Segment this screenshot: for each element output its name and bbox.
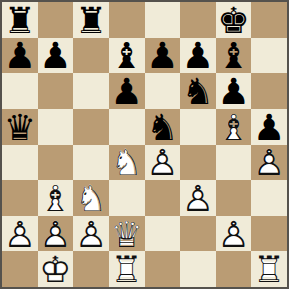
chess-board-container: ♜♜♚♟♟♝♟♟♝♟♞♟♛♞♝♗♟♞♘♟♙♟♙♝♗♞♘♟♙♟♙♟♙♟♙♛♕♟♙♚… [0, 0, 289, 289]
square-g8[interactable]: ♚ [216, 2, 252, 38]
square-e5[interactable]: ♞ [145, 109, 181, 145]
square-g1[interactable] [216, 251, 252, 287]
square-d1[interactable]: ♜♖ [109, 251, 145, 287]
square-f7[interactable]: ♟ [180, 38, 216, 74]
piece-white-pawn[interactable]: ♟♙ [253, 145, 285, 180]
square-f1[interactable] [180, 251, 216, 287]
square-a7[interactable]: ♟ [2, 38, 38, 74]
square-b6[interactable] [38, 73, 74, 109]
square-d6[interactable]: ♟ [109, 73, 145, 109]
piece-black-pawn[interactable]: ♟ [39, 38, 71, 73]
square-g2[interactable]: ♟♙ [216, 216, 252, 252]
piece-white-bishop[interactable]: ♝♗ [39, 181, 71, 216]
piece-black-rook[interactable]: ♜ [75, 3, 107, 38]
square-b7[interactable]: ♟ [38, 38, 74, 74]
square-f3[interactable]: ♟♙ [180, 180, 216, 216]
square-c4[interactable] [73, 145, 109, 181]
piece-black-pawn[interactable]: ♟ [4, 38, 36, 73]
square-b4[interactable] [38, 145, 74, 181]
square-a5[interactable]: ♛ [2, 109, 38, 145]
square-c7[interactable] [73, 38, 109, 74]
piece-black-king[interactable]: ♚ [217, 3, 249, 38]
square-d4[interactable]: ♞♘ [109, 145, 145, 181]
piece-white-knight[interactable]: ♞♘ [111, 145, 143, 180]
square-e6[interactable] [145, 73, 181, 109]
square-e1[interactable] [145, 251, 181, 287]
square-h1[interactable]: ♜♖ [251, 251, 287, 287]
square-b1[interactable]: ♚♔ [38, 251, 74, 287]
square-c2[interactable]: ♟♙ [73, 216, 109, 252]
piece-black-pawn[interactable]: ♟ [146, 38, 178, 73]
piece-black-pawn[interactable]: ♟ [217, 74, 249, 109]
square-h7[interactable] [251, 38, 287, 74]
square-e8[interactable] [145, 2, 181, 38]
square-h3[interactable] [251, 180, 287, 216]
square-d3[interactable] [109, 180, 145, 216]
square-a1[interactable] [2, 251, 38, 287]
square-h5[interactable]: ♟ [251, 109, 287, 145]
piece-black-pawn[interactable]: ♟ [182, 38, 214, 73]
square-g4[interactable] [216, 145, 252, 181]
square-b8[interactable] [38, 2, 74, 38]
square-f4[interactable] [180, 145, 216, 181]
square-g5[interactable]: ♝♗ [216, 109, 252, 145]
square-d2[interactable]: ♛♕ [109, 216, 145, 252]
square-f8[interactable] [180, 2, 216, 38]
square-f2[interactable] [180, 216, 216, 252]
square-a3[interactable] [2, 180, 38, 216]
piece-white-pawn[interactable]: ♟♙ [4, 217, 36, 252]
square-c1[interactable] [73, 251, 109, 287]
square-g6[interactable]: ♟ [216, 73, 252, 109]
piece-white-pawn[interactable]: ♟♙ [39, 217, 71, 252]
square-g7[interactable]: ♝ [216, 38, 252, 74]
piece-black-pawn[interactable]: ♟ [253, 110, 285, 145]
square-c5[interactable] [73, 109, 109, 145]
piece-white-king[interactable]: ♚♔ [39, 252, 71, 287]
square-a6[interactable] [2, 73, 38, 109]
square-h4[interactable]: ♟♙ [251, 145, 287, 181]
square-b5[interactable] [38, 109, 74, 145]
square-f6[interactable]: ♞ [180, 73, 216, 109]
square-a4[interactable] [2, 145, 38, 181]
square-a8[interactable]: ♜ [2, 2, 38, 38]
square-h2[interactable] [251, 216, 287, 252]
square-d8[interactable] [109, 2, 145, 38]
square-e2[interactable] [145, 216, 181, 252]
piece-black-bishop[interactable]: ♝ [217, 38, 249, 73]
piece-black-bishop[interactable]: ♝ [111, 38, 143, 73]
piece-white-rook[interactable]: ♜♖ [111, 252, 143, 287]
square-c8[interactable]: ♜ [73, 2, 109, 38]
square-h6[interactable] [251, 73, 287, 109]
square-d7[interactable]: ♝ [109, 38, 145, 74]
piece-black-queen[interactable]: ♛ [4, 110, 36, 145]
square-e3[interactable] [145, 180, 181, 216]
piece-black-knight[interactable]: ♞ [182, 74, 214, 109]
square-g3[interactable] [216, 180, 252, 216]
chess-board: ♜♜♚♟♟♝♟♟♝♟♞♟♛♞♝♗♟♞♘♟♙♟♙♝♗♞♘♟♙♟♙♟♙♟♙♛♕♟♙♚… [0, 0, 289, 289]
piece-black-rook[interactable]: ♜ [4, 3, 36, 38]
piece-white-pawn[interactable]: ♟♙ [75, 217, 107, 252]
piece-white-rook[interactable]: ♜♖ [253, 252, 285, 287]
square-b3[interactable]: ♝♗ [38, 180, 74, 216]
piece-black-knight[interactable]: ♞ [146, 110, 178, 145]
piece-white-knight[interactable]: ♞♘ [75, 181, 107, 216]
piece-white-queen[interactable]: ♛♕ [111, 217, 143, 252]
square-e7[interactable]: ♟ [145, 38, 181, 74]
square-h8[interactable] [251, 2, 287, 38]
square-c3[interactable]: ♞♘ [73, 180, 109, 216]
square-b2[interactable]: ♟♙ [38, 216, 74, 252]
square-e4[interactable]: ♟♙ [145, 145, 181, 181]
piece-white-pawn[interactable]: ♟♙ [182, 181, 214, 216]
piece-black-pawn[interactable]: ♟ [111, 74, 143, 109]
square-d5[interactable] [109, 109, 145, 145]
piece-white-pawn[interactable]: ♟♙ [146, 145, 178, 180]
square-c6[interactable] [73, 73, 109, 109]
piece-white-pawn[interactable]: ♟♙ [217, 217, 249, 252]
piece-white-bishop[interactable]: ♝♗ [217, 110, 249, 145]
square-a2[interactable]: ♟♙ [2, 216, 38, 252]
square-f5[interactable] [180, 109, 216, 145]
